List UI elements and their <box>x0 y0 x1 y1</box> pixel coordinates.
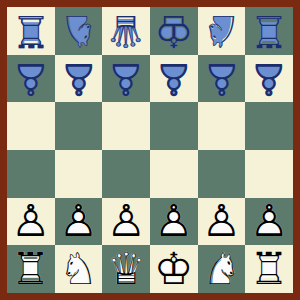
square-e1[interactable]: ♞♘ <box>198 245 246 293</box>
square-d5[interactable]: ♟♙ <box>150 55 198 103</box>
piece-blue-pawn: ♟♙ <box>7 55 55 103</box>
piece-glyph-outline: ♙ <box>154 57 193 101</box>
square-d3[interactable] <box>150 150 198 198</box>
piece-blue-pawn: ♟♙ <box>198 55 246 103</box>
square-a5[interactable]: ♟♙ <box>7 55 55 103</box>
piece-glyph-outline: ♖ <box>249 9 288 53</box>
square-a3[interactable] <box>7 150 55 198</box>
square-e3[interactable] <box>198 150 246 198</box>
piece-blue-pawn: ♟♙ <box>150 55 198 103</box>
piece-white-rook: ♜♖ <box>7 245 55 293</box>
piece-blue-pawn: ♟♙ <box>245 55 293 103</box>
square-a4[interactable] <box>7 102 55 150</box>
piece-white-pawn: ♟♙ <box>245 198 293 246</box>
square-c6[interactable]: ♛♕ <box>102 7 150 55</box>
square-e2[interactable]: ♟♙ <box>198 198 246 246</box>
square-b2[interactable]: ♟♙ <box>55 198 103 246</box>
square-a2[interactable]: ♟♙ <box>7 198 55 246</box>
piece-white-pawn: ♟♙ <box>150 198 198 246</box>
square-a6[interactable]: ♜♖ <box>7 7 55 55</box>
piece-glyph-outline: ♖ <box>11 247 50 291</box>
square-b3[interactable] <box>55 150 103 198</box>
piece-glyph-outline: ♙ <box>202 199 241 243</box>
square-c2[interactable]: ♟♙ <box>102 198 150 246</box>
piece-glyph-outline: ♔ <box>154 247 193 291</box>
piece-glyph-outline: ♙ <box>59 57 98 101</box>
piece-glyph-outline: ♙ <box>154 199 193 243</box>
square-b5[interactable]: ♟♙ <box>55 55 103 103</box>
piece-white-pawn: ♟♙ <box>7 198 55 246</box>
piece-white-knight: ♞♘ <box>55 245 103 293</box>
square-c4[interactable] <box>102 102 150 150</box>
piece-white-rook: ♜♖ <box>245 245 293 293</box>
piece-glyph-outline: ♙ <box>11 199 50 243</box>
piece-white-king: ♚♔ <box>150 245 198 293</box>
piece-blue-pawn: ♟♙ <box>102 55 150 103</box>
piece-white-knight: ♞♘ <box>198 245 246 293</box>
square-f5[interactable]: ♟♙ <box>245 55 293 103</box>
square-f4[interactable] <box>245 102 293 150</box>
square-f6[interactable]: ♜♖ <box>245 7 293 55</box>
piece-blue-king: ♚♔ <box>150 7 198 55</box>
square-f2[interactable]: ♟♙ <box>245 198 293 246</box>
piece-glyph-outline: ♙ <box>11 57 50 101</box>
piece-blue-pawn: ♟♙ <box>55 55 103 103</box>
piece-white-pawn: ♟♙ <box>55 198 103 246</box>
piece-glyph-outline: ♖ <box>11 9 50 53</box>
square-d2[interactable]: ♟♙ <box>150 198 198 246</box>
piece-white-pawn: ♟♙ <box>198 198 246 246</box>
piece-glyph-outline: ♙ <box>202 57 241 101</box>
piece-glyph-outline: ♘ <box>202 247 241 291</box>
piece-blue-knight: ♞♘ <box>55 7 103 55</box>
chess-board: ♜♖♞♘♛♕♚♔♞♘♜♖♟♙♟♙♟♙♟♙♟♙♟♙♟♙♟♙♟♙♟♙♟♙♟♙♜♖♞♘… <box>7 7 293 293</box>
square-c1[interactable]: ♛♕ <box>102 245 150 293</box>
piece-white-pawn: ♟♙ <box>102 198 150 246</box>
board-frame: ♜♖♞♘♛♕♚♔♞♘♜♖♟♙♟♙♟♙♟♙♟♙♟♙♟♙♟♙♟♙♟♙♟♙♟♙♜♖♞♘… <box>0 0 300 300</box>
piece-white-queen: ♛♕ <box>102 245 150 293</box>
piece-glyph-outline: ♙ <box>106 57 145 101</box>
piece-glyph-outline: ♘ <box>59 247 98 291</box>
piece-glyph-outline: ♙ <box>249 57 288 101</box>
square-e6[interactable]: ♞♘ <box>198 7 246 55</box>
square-e4[interactable] <box>198 102 246 150</box>
square-e5[interactable]: ♟♙ <box>198 55 246 103</box>
square-b1[interactable]: ♞♘ <box>55 245 103 293</box>
square-f1[interactable]: ♜♖ <box>245 245 293 293</box>
piece-glyph-outline: ♔ <box>154 9 193 53</box>
square-b6[interactable]: ♞♘ <box>55 7 103 55</box>
square-d6[interactable]: ♚♔ <box>150 7 198 55</box>
square-f3[interactable] <box>245 150 293 198</box>
piece-blue-rook: ♜♖ <box>245 7 293 55</box>
piece-glyph-outline: ♙ <box>249 199 288 243</box>
square-b4[interactable] <box>55 102 103 150</box>
square-a1[interactable]: ♜♖ <box>7 245 55 293</box>
piece-blue-rook: ♜♖ <box>7 7 55 55</box>
piece-glyph-outline: ♕ <box>106 247 145 291</box>
piece-glyph-outline: ♘ <box>202 9 241 53</box>
piece-blue-queen: ♛♕ <box>102 7 150 55</box>
piece-blue-knight: ♞♘ <box>198 7 246 55</box>
square-c3[interactable] <box>102 150 150 198</box>
piece-glyph-outline: ♙ <box>59 199 98 243</box>
piece-glyph-outline: ♕ <box>106 9 145 53</box>
square-d1[interactable]: ♚♔ <box>150 245 198 293</box>
piece-glyph-outline: ♘ <box>59 9 98 53</box>
piece-glyph-outline: ♙ <box>106 199 145 243</box>
square-d4[interactable] <box>150 102 198 150</box>
square-c5[interactable]: ♟♙ <box>102 55 150 103</box>
piece-glyph-outline: ♖ <box>249 247 288 291</box>
